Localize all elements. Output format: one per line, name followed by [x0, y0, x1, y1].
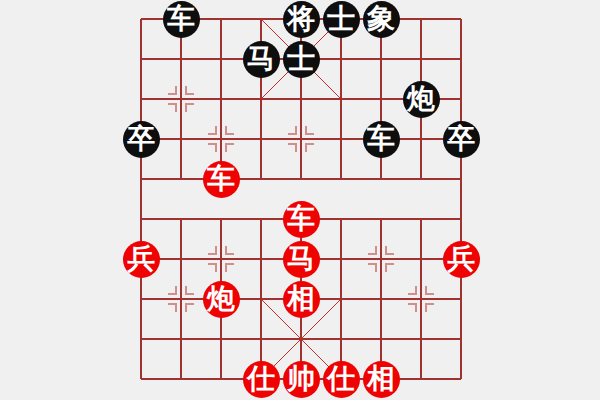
- piece-black-horse[interactable]: 马: [243, 41, 280, 78]
- piece-red-cannon[interactable]: 炮: [203, 281, 240, 318]
- xiangqi-board: 车将士象马士炮卒车卒车车兵马兵炮相仕帅仕相: [121, 0, 481, 399]
- piece-red-elephant[interactable]: 相: [283, 281, 320, 318]
- piece-red-general[interactable]: 帅: [283, 361, 320, 398]
- piece-red-chariot[interactable]: 车: [283, 201, 320, 238]
- piece-black-advisor[interactable]: 士: [323, 1, 360, 38]
- piece-black-general[interactable]: 将: [283, 1, 320, 38]
- piece-red-chariot[interactable]: 车: [203, 161, 240, 198]
- piece-red-soldier[interactable]: 兵: [123, 241, 160, 278]
- piece-red-advisor[interactable]: 仕: [323, 361, 360, 398]
- pieces-layer: 车将士象马士炮卒车卒车车兵马兵炮相仕帅仕相: [121, 0, 481, 399]
- piece-black-chariot[interactable]: 车: [163, 1, 200, 38]
- piece-red-advisor[interactable]: 仕: [243, 361, 280, 398]
- piece-black-elephant[interactable]: 象: [363, 1, 400, 38]
- xiangqi-app: 车将士象马士炮卒车卒车车兵马兵炮相仕帅仕相: [0, 0, 600, 400]
- piece-red-elephant[interactable]: 相: [363, 361, 400, 398]
- piece-red-soldier[interactable]: 兵: [443, 241, 480, 278]
- piece-black-soldier[interactable]: 卒: [443, 121, 480, 158]
- piece-red-horse[interactable]: 马: [283, 241, 320, 278]
- piece-black-cannon[interactable]: 炮: [403, 81, 440, 118]
- piece-black-advisor[interactable]: 士: [283, 41, 320, 78]
- piece-black-chariot[interactable]: 车: [363, 121, 400, 158]
- piece-black-soldier[interactable]: 卒: [123, 121, 160, 158]
